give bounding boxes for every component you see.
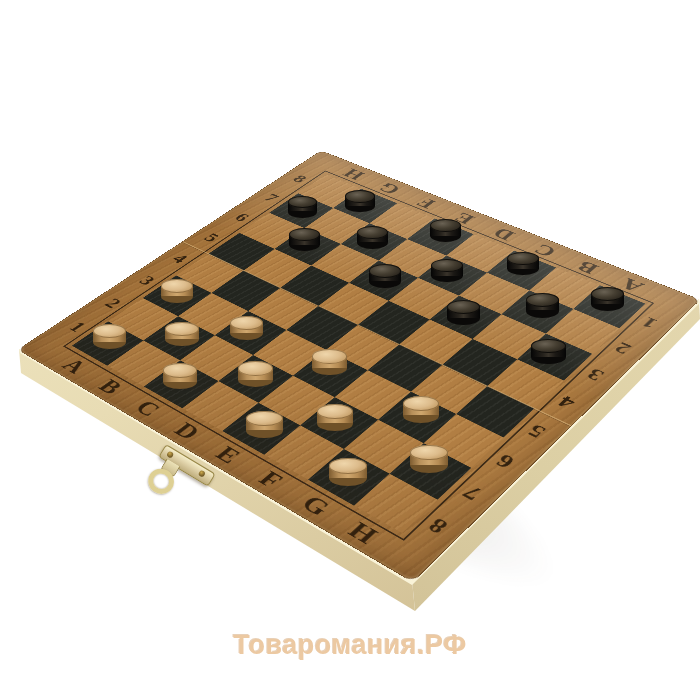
watermark-text: Товаромания.РФ (0, 630, 700, 661)
checker-top (165, 322, 198, 336)
checker-top (230, 316, 263, 330)
checker-top (447, 300, 480, 314)
checker-top (329, 458, 367, 474)
checker-top (591, 287, 624, 301)
checker-top (238, 361, 273, 376)
checker-top (288, 196, 318, 208)
checker-top (161, 279, 193, 292)
checker-top (312, 349, 347, 364)
checker-top (357, 226, 388, 239)
checker-top (163, 363, 198, 378)
checker-top (246, 411, 282, 426)
checker-top (369, 264, 401, 277)
checker-top (526, 293, 559, 307)
checker-top (345, 190, 375, 202)
product-photo-scene: AH11BG22CF33DE44ED55FC66GB77HA88 Товаром… (0, 0, 700, 700)
checker-top (531, 339, 566, 354)
checker-top (431, 259, 463, 272)
checkers-pieces-layer (0, 0, 700, 700)
checker-top (93, 324, 126, 338)
